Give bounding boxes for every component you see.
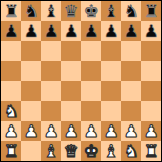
piece-white-pawn[interactable]: ♟	[3, 121, 18, 141]
square-a2[interactable]: ♟	[1, 121, 21, 141]
piece-white-pawn[interactable]: ♟	[43, 121, 58, 141]
square-h4[interactable]	[141, 81, 161, 101]
square-e7[interactable]: ♟	[81, 21, 101, 41]
piece-white-pawn[interactable]: ♟	[23, 121, 38, 141]
piece-black-bishop[interactable]: ♝	[103, 1, 118, 21]
square-d8[interactable]: ♛	[61, 1, 81, 21]
square-h5[interactable]	[141, 61, 161, 81]
square-g7[interactable]: ♟	[121, 21, 141, 41]
square-d3[interactable]	[61, 101, 81, 121]
square-b7[interactable]: ♟	[21, 21, 41, 41]
piece-white-pawn[interactable]: ♟	[143, 121, 158, 141]
piece-white-pawn[interactable]: ♟	[63, 121, 78, 141]
square-d7[interactable]: ♟	[61, 21, 81, 41]
square-f5[interactable]	[101, 61, 121, 81]
piece-black-bishop[interactable]: ♝	[43, 1, 58, 21]
piece-black-knight[interactable]: ♞	[123, 1, 138, 21]
square-c7[interactable]: ♟	[41, 21, 61, 41]
square-h2[interactable]: ♟	[141, 121, 161, 141]
square-a8[interactable]: ♜	[1, 1, 21, 21]
square-a1[interactable]: ♜	[1, 141, 21, 161]
square-f8[interactable]: ♝	[101, 1, 121, 21]
square-h8[interactable]: ♜	[141, 1, 161, 21]
square-g3[interactable]	[121, 101, 141, 121]
square-d6[interactable]	[61, 41, 81, 61]
piece-black-pawn[interactable]: ♟	[63, 21, 78, 41]
chess-board: ♜♞♝♛♚♝♞♜♟♟♟♟♟♟♟♟♞♟♟♟♟♟♟♟♟♜♝♛♚♝♞♜	[1, 1, 161, 161]
piece-black-pawn[interactable]: ♟	[3, 21, 18, 41]
square-c8[interactable]: ♝	[41, 1, 61, 21]
square-f1[interactable]: ♝	[101, 141, 121, 161]
square-h6[interactable]	[141, 41, 161, 61]
square-b5[interactable]	[21, 61, 41, 81]
piece-white-pawn[interactable]: ♟	[103, 121, 118, 141]
square-c2[interactable]: ♟	[41, 121, 61, 141]
piece-black-rook[interactable]: ♜	[143, 1, 158, 21]
square-a3[interactable]: ♞	[1, 101, 21, 121]
piece-white-bishop[interactable]: ♝	[103, 141, 118, 161]
piece-white-knight[interactable]: ♞	[123, 141, 138, 161]
square-b4[interactable]	[21, 81, 41, 101]
square-c6[interactable]	[41, 41, 61, 61]
piece-black-pawn[interactable]: ♟	[43, 21, 58, 41]
square-b2[interactable]: ♟	[21, 121, 41, 141]
square-g5[interactable]	[121, 61, 141, 81]
square-b6[interactable]	[21, 41, 41, 61]
square-b8[interactable]: ♞	[21, 1, 41, 21]
piece-black-rook[interactable]: ♜	[3, 1, 18, 21]
board-frame: ♜♞♝♛♚♝♞♜♟♟♟♟♟♟♟♟♞♟♟♟♟♟♟♟♟♜♝♛♚♝♞♜	[0, 0, 162, 162]
square-e5[interactable]	[81, 61, 101, 81]
square-a4[interactable]	[1, 81, 21, 101]
square-f6[interactable]	[101, 41, 121, 61]
square-c1[interactable]: ♝	[41, 141, 61, 161]
square-a7[interactable]: ♟	[1, 21, 21, 41]
square-e1[interactable]: ♚	[81, 141, 101, 161]
square-g4[interactable]	[121, 81, 141, 101]
piece-black-pawn[interactable]: ♟	[123, 21, 138, 41]
square-a6[interactable]	[1, 41, 21, 61]
square-f7[interactable]: ♟	[101, 21, 121, 41]
square-h7[interactable]: ♟	[141, 21, 161, 41]
piece-white-rook[interactable]: ♜	[143, 141, 158, 161]
piece-white-pawn[interactable]: ♟	[123, 121, 138, 141]
square-c5[interactable]	[41, 61, 61, 81]
square-f2[interactable]: ♟	[101, 121, 121, 141]
piece-black-king[interactable]: ♚	[83, 1, 98, 21]
square-g1[interactable]: ♞	[121, 141, 141, 161]
square-d1[interactable]: ♛	[61, 141, 81, 161]
piece-white-queen[interactable]: ♛	[63, 141, 78, 161]
piece-white-pawn[interactable]: ♟	[83, 121, 98, 141]
square-b1[interactable]	[21, 141, 41, 161]
square-g6[interactable]	[121, 41, 141, 61]
piece-white-rook[interactable]: ♜	[3, 141, 18, 161]
square-h1[interactable]: ♜	[141, 141, 161, 161]
piece-black-pawn[interactable]: ♟	[83, 21, 98, 41]
piece-white-bishop[interactable]: ♝	[43, 141, 58, 161]
square-a5[interactable]	[1, 61, 21, 81]
square-g8[interactable]: ♞	[121, 1, 141, 21]
square-e3[interactable]	[81, 101, 101, 121]
piece-black-pawn[interactable]: ♟	[23, 21, 38, 41]
piece-black-knight[interactable]: ♞	[23, 1, 38, 21]
square-f4[interactable]	[101, 81, 121, 101]
square-h3[interactable]	[141, 101, 161, 121]
square-d4[interactable]	[61, 81, 81, 101]
piece-white-knight[interactable]: ♞	[3, 101, 18, 121]
piece-black-pawn[interactable]: ♟	[103, 21, 118, 41]
square-e4[interactable]	[81, 81, 101, 101]
square-b3[interactable]	[21, 101, 41, 121]
square-e2[interactable]: ♟	[81, 121, 101, 141]
square-e8[interactable]: ♚	[81, 1, 101, 21]
square-c4[interactable]	[41, 81, 61, 101]
square-d2[interactable]: ♟	[61, 121, 81, 141]
piece-black-pawn[interactable]: ♟	[143, 21, 158, 41]
piece-black-queen[interactable]: ♛	[63, 1, 78, 21]
square-g2[interactable]: ♟	[121, 121, 141, 141]
piece-white-king[interactable]: ♚	[83, 141, 98, 161]
square-d5[interactable]	[61, 61, 81, 81]
square-e6[interactable]	[81, 41, 101, 61]
square-f3[interactable]	[101, 101, 121, 121]
square-c3[interactable]	[41, 101, 61, 121]
